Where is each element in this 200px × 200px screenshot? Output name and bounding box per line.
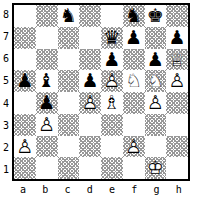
square-a5[interactable]: ♟ [14, 70, 36, 92]
file-label-d: d [79, 182, 101, 198]
square-e6[interactable]: ♟ [101, 49, 123, 71]
rank-label-6: 6 [0, 48, 12, 70]
white-pawn-icon[interactable]: ♟♙ [145, 92, 167, 114]
square-a3[interactable] [14, 114, 36, 136]
square-a7[interactable] [14, 27, 36, 49]
rank-labels: 87654321 [0, 3, 12, 181]
file-label-b: b [34, 182, 56, 198]
square-d4[interactable]: ♟♙ [79, 92, 101, 114]
square-b7[interactable] [36, 27, 58, 49]
file-label-a: a [12, 182, 34, 198]
square-h2[interactable] [166, 136, 188, 158]
square-a8[interactable] [14, 5, 36, 27]
square-b3[interactable]: ♟♙ [36, 114, 58, 136]
square-h3[interactable] [166, 114, 188, 136]
square-d6[interactable] [79, 49, 101, 71]
black-pawn-icon[interactable]: ♟ [145, 49, 167, 71]
white-bishop-icon[interactable]: ♝♗ [101, 92, 123, 114]
black-pawn-icon[interactable]: ♟ [14, 70, 36, 92]
square-b6[interactable] [36, 49, 58, 71]
white-pawn-icon[interactable]: ♟♙ [79, 92, 101, 114]
square-d8[interactable] [79, 5, 101, 27]
black-king-icon[interactable]: ♚ [145, 5, 167, 27]
white-pawn-icon[interactable]: ♟♙ [14, 136, 36, 158]
white-knight-icon[interactable]: ♞♘ [145, 70, 167, 92]
square-h6[interactable]: ♛♕ [166, 49, 188, 71]
square-f6[interactable] [123, 49, 145, 71]
square-a2[interactable]: ♟♙ [14, 136, 36, 158]
square-c2[interactable] [58, 136, 80, 158]
file-label-f: f [123, 182, 145, 198]
white-queen-icon[interactable]: ♛♕ [166, 49, 188, 71]
square-a1[interactable] [14, 157, 36, 179]
square-f2[interactable]: ♟♙ [123, 136, 145, 158]
square-e8[interactable] [101, 5, 123, 27]
square-g5[interactable]: ♞♘ [145, 70, 167, 92]
white-pawn-icon[interactable]: ♟♙ [36, 114, 58, 136]
square-f1[interactable] [123, 157, 145, 179]
square-e2[interactable] [101, 136, 123, 158]
rank-label-1: 1 [0, 159, 12, 181]
square-a4[interactable] [14, 92, 36, 114]
square-f5[interactable]: ♞♘ [123, 70, 145, 92]
square-h7[interactable]: ♟ [166, 27, 188, 49]
square-a6[interactable] [14, 49, 36, 71]
square-h8[interactable] [166, 5, 188, 27]
square-f8[interactable]: ♞ [123, 5, 145, 27]
square-g3[interactable] [145, 114, 167, 136]
rank-label-2: 2 [0, 137, 12, 159]
white-king-icon[interactable]: ♚♔ [145, 157, 167, 179]
square-c8[interactable]: ♞ [58, 5, 80, 27]
square-c7[interactable] [58, 27, 80, 49]
square-c6[interactable] [58, 49, 80, 71]
square-g2[interactable] [145, 136, 167, 158]
black-pawn-icon[interactable]: ♟ [101, 49, 123, 71]
square-b5[interactable]: ♝ [36, 70, 58, 92]
square-c4[interactable] [58, 92, 80, 114]
white-pawn-icon[interactable]: ♟♙ [123, 136, 145, 158]
file-label-h: h [168, 182, 190, 198]
square-c3[interactable] [58, 114, 80, 136]
square-f3[interactable] [123, 114, 145, 136]
square-h5[interactable]: ♟♙ [166, 70, 188, 92]
rank-label-3: 3 [0, 114, 12, 136]
white-pawn-icon[interactable]: ♟♙ [166, 70, 188, 92]
square-d7[interactable] [79, 27, 101, 49]
file-label-g: g [146, 182, 168, 198]
black-knight-icon[interactable]: ♞ [58, 5, 80, 27]
white-knight-icon[interactable]: ♞♘ [123, 70, 145, 92]
square-e7[interactable]: ♛ [101, 27, 123, 49]
square-d5[interactable]: ♟ [79, 70, 101, 92]
black-bishop-icon[interactable]: ♝ [36, 70, 58, 92]
rank-label-8: 8 [0, 3, 12, 25]
black-pawn-icon[interactable]: ♟ [123, 27, 145, 49]
board: ♞♞♚♛♟♟♟♟♛♕♟♝♟♟♙♞♘♞♘♟♙♟♟♙♝♗♟♙♟♙♟♙♟♙♚♔ [12, 3, 190, 181]
square-h1[interactable] [166, 157, 188, 179]
square-d3[interactable] [79, 114, 101, 136]
square-c5[interactable] [58, 70, 80, 92]
square-g8[interactable]: ♚ [145, 5, 167, 27]
square-f7[interactable]: ♟ [123, 27, 145, 49]
square-b1[interactable] [36, 157, 58, 179]
rank-label-7: 7 [0, 25, 12, 47]
square-b4[interactable]: ♟ [36, 92, 58, 114]
square-g4[interactable]: ♟♙ [145, 92, 167, 114]
square-e3[interactable] [101, 114, 123, 136]
file-label-c: c [57, 182, 79, 198]
square-g6[interactable]: ♟ [145, 49, 167, 71]
rank-label-4: 4 [0, 92, 12, 114]
file-labels: abcdefgh [12, 182, 190, 198]
square-h4[interactable] [166, 92, 188, 114]
square-b8[interactable] [36, 5, 58, 27]
square-c1[interactable] [58, 157, 80, 179]
square-b2[interactable] [36, 136, 58, 158]
black-knight-icon[interactable]: ♞ [123, 5, 145, 27]
black-queen-icon[interactable]: ♛ [101, 27, 123, 49]
square-g1[interactable]: ♚♔ [145, 157, 167, 179]
rank-label-5: 5 [0, 70, 12, 92]
file-label-e: e [101, 182, 123, 198]
square-g7[interactable] [145, 27, 167, 49]
square-e4[interactable]: ♝♗ [101, 92, 123, 114]
black-pawn-icon[interactable]: ♟ [79, 70, 101, 92]
square-d1[interactable] [79, 157, 101, 179]
chess-diagram: 87654321 ♞♞♚♛♟♟♟♟♛♕♟♝♟♟♙♞♘♞♘♟♙♟♟♙♝♗♟♙♟♙♟… [0, 0, 200, 200]
square-d2[interactable] [79, 136, 101, 158]
black-pawn-icon[interactable]: ♟ [36, 92, 58, 114]
square-e5[interactable]: ♟♙ [101, 70, 123, 92]
square-f4[interactable] [123, 92, 145, 114]
white-pawn-icon[interactable]: ♟♙ [101, 70, 123, 92]
square-e1[interactable] [101, 157, 123, 179]
black-pawn-icon[interactable]: ♟ [166, 27, 188, 49]
